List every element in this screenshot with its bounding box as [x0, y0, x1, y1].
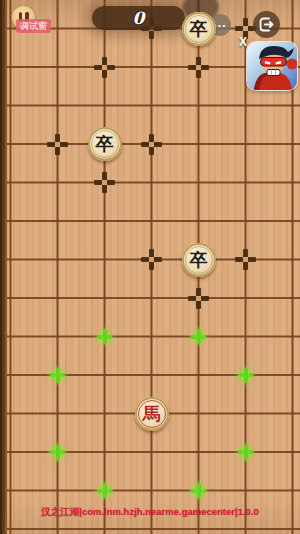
piece-glyph: 卒	[96, 135, 114, 153]
piece-glyph: 卒	[190, 20, 208, 38]
piece-glyph: 卒	[190, 251, 208, 269]
piece-red-horse[interactable]: 馬	[135, 397, 169, 431]
superhero-app-ad-icon	[247, 42, 297, 90]
piece-black-soldier[interactable]: 卒	[182, 12, 216, 46]
game-screen: 0 ... 卒卒卒馬 调试窗 X	[0, 0, 300, 534]
piece-glyph: 馬	[143, 405, 161, 423]
debug-window-badge: 调试窗	[16, 19, 51, 33]
piece-black-soldier[interactable]: 卒	[182, 243, 216, 277]
piece-black-soldier[interactable]: 卒	[88, 127, 122, 161]
ad-banner[interactable]	[247, 42, 297, 90]
package-version-text: 汉之江湖|com.lnm.hzjh.nearme.gamecenter|1.0.…	[0, 506, 300, 519]
